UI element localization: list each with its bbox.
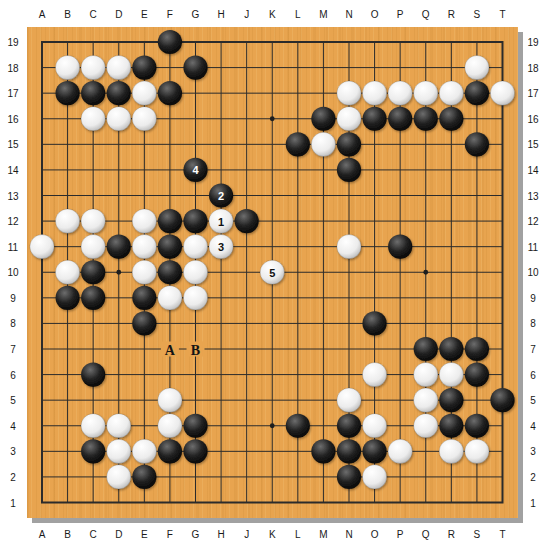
stone-white-N16[interactable] <box>337 107 361 131</box>
coord-right-10: 10 <box>527 267 538 278</box>
stone-black-S6[interactable] <box>465 362 489 386</box>
star-point <box>423 270 428 275</box>
coord-bottom-P: P <box>397 529 404 540</box>
stone-white-C16[interactable] <box>81 107 105 131</box>
stone-white-F9[interactable] <box>158 286 182 310</box>
coord-left-3: 3 <box>10 446 16 457</box>
coord-right-4: 4 <box>530 420 536 431</box>
coord-top-F: F <box>167 9 173 20</box>
coord-top-R: R <box>448 9 455 20</box>
coord-left-4: 4 <box>10 420 16 431</box>
coord-top-T: T <box>499 9 505 20</box>
stone-black-C9[interactable] <box>81 286 105 310</box>
stone-black-B9[interactable] <box>55 286 79 310</box>
coord-bottom-B: B <box>64 529 71 540</box>
coord-left-19: 19 <box>7 37 18 48</box>
stone-white-B10[interactable] <box>55 260 79 284</box>
stone-white-E17[interactable] <box>132 81 156 105</box>
stone-black-Q16[interactable] <box>414 107 438 131</box>
coord-bottom-L: L <box>295 529 301 540</box>
coord-left-12: 12 <box>7 216 18 227</box>
coord-right-17: 17 <box>527 88 538 99</box>
stone-black-G4[interactable] <box>183 414 207 438</box>
stone-black-L4[interactable] <box>286 414 310 438</box>
stone-black-G3[interactable] <box>183 439 207 463</box>
coord-top-N: N <box>345 9 352 20</box>
stone-black-R4[interactable] <box>439 414 463 438</box>
coord-bottom-H: H <box>217 529 224 540</box>
stone-white-C11[interactable] <box>81 235 105 259</box>
stone-black-S17[interactable] <box>465 81 489 105</box>
stone-black-S15[interactable] <box>465 132 489 156</box>
stone-black-P16[interactable] <box>388 107 412 131</box>
stone-black-N4[interactable] <box>337 414 361 438</box>
stone-black-F10[interactable] <box>158 260 182 284</box>
coord-top-D: D <box>115 9 122 20</box>
stone-white-R17[interactable] <box>439 81 463 105</box>
stone-black-F12[interactable] <box>158 209 182 233</box>
stone-black-C17[interactable] <box>81 81 105 105</box>
coord-top-S: S <box>474 9 481 20</box>
stone-white-R6[interactable] <box>439 362 463 386</box>
coord-bottom-T: T <box>499 529 505 540</box>
coord-top-K: K <box>269 9 276 20</box>
stone-black-O8[interactable] <box>362 311 386 335</box>
coord-right-3: 3 <box>530 446 536 457</box>
coord-right-7: 7 <box>530 344 536 355</box>
stone-white-O4[interactable] <box>362 414 386 438</box>
stone-black-F11[interactable] <box>158 235 182 259</box>
coord-top-O: O <box>371 9 379 20</box>
stone-black-J12[interactable] <box>235 209 259 233</box>
stone-white-G9[interactable] <box>183 286 207 310</box>
stone-black-F3[interactable] <box>158 439 182 463</box>
coord-left-6: 6 <box>10 369 16 380</box>
stone-white-C4[interactable] <box>81 414 105 438</box>
coord-right-5: 5 <box>530 395 536 406</box>
stone-white-D2[interactable] <box>107 465 131 489</box>
stone-white-C18[interactable] <box>81 55 105 79</box>
coord-bottom-J: J <box>244 529 249 540</box>
stone-white-Q5[interactable] <box>414 388 438 412</box>
coord-left-13: 13 <box>7 190 18 201</box>
stone-white-D4[interactable] <box>107 414 131 438</box>
coord-bottom-A: A <box>39 529 46 540</box>
coord-top-P: P <box>397 9 404 20</box>
stone-white-O2[interactable] <box>362 465 386 489</box>
coord-left-9: 9 <box>10 292 16 303</box>
stone-black-N15[interactable] <box>337 132 361 156</box>
stone-black-Q7[interactable] <box>414 337 438 361</box>
stone-white-D16[interactable] <box>107 107 131 131</box>
stone-white-S3[interactable] <box>465 439 489 463</box>
coord-left-5: 5 <box>10 395 16 406</box>
coord-top-M: M <box>319 9 327 20</box>
move-number-5: 5 <box>269 267 275 279</box>
stone-white-C12[interactable] <box>81 209 105 233</box>
coord-top-G: G <box>192 9 200 20</box>
stone-black-D17[interactable] <box>107 81 131 105</box>
coord-bottom-N: N <box>345 529 352 540</box>
coord-left-1: 1 <box>10 497 16 508</box>
stone-black-E9[interactable] <box>132 286 156 310</box>
stone-black-S7[interactable] <box>465 337 489 361</box>
stone-black-T5[interactable] <box>490 388 514 412</box>
coord-right-8: 8 <box>530 318 536 329</box>
coord-top-H: H <box>217 9 224 20</box>
coord-right-18: 18 <box>527 62 538 73</box>
move-number-3: 3 <box>218 241 224 253</box>
stone-white-M15[interactable] <box>311 132 335 156</box>
stone-white-B18[interactable] <box>55 55 79 79</box>
stone-white-A11[interactable] <box>30 235 54 259</box>
stone-white-B12[interactable] <box>55 209 79 233</box>
stone-white-E16[interactable] <box>132 107 156 131</box>
stone-black-C3[interactable] <box>81 439 105 463</box>
coord-bottom-M: M <box>319 529 327 540</box>
stone-white-E12[interactable] <box>132 209 156 233</box>
coord-left-15: 15 <box>7 139 18 150</box>
coord-top-E: E <box>141 9 148 20</box>
stone-black-N3[interactable] <box>337 439 361 463</box>
stone-black-B17[interactable] <box>55 81 79 105</box>
coord-left-11: 11 <box>8 241 18 252</box>
stone-black-R5[interactable] <box>439 388 463 412</box>
stone-black-G18[interactable] <box>183 55 207 79</box>
stone-white-N17[interactable] <box>337 81 361 105</box>
coord-top-L: L <box>295 9 301 20</box>
move-number-2: 2 <box>218 190 224 202</box>
coord-top-J: J <box>244 9 249 20</box>
coord-left-10: 10 <box>7 267 18 278</box>
coord-bottom-E: E <box>141 529 148 540</box>
coord-right-15: 15 <box>527 139 538 150</box>
stone-black-D11[interactable] <box>107 235 131 259</box>
point-label-B: B <box>191 343 200 358</box>
stone-white-Q6[interactable] <box>414 362 438 386</box>
move-number-4: 4 <box>192 164 199 176</box>
coord-bottom-D: D <box>115 529 122 540</box>
stone-white-T17[interactable] <box>490 81 514 105</box>
stone-white-F5[interactable] <box>158 388 182 412</box>
coord-left-2: 2 <box>10 471 16 482</box>
stone-black-C6[interactable] <box>81 362 105 386</box>
coord-bottom-R: R <box>448 529 455 540</box>
coord-bottom-G: G <box>192 529 200 540</box>
star-point <box>116 270 121 275</box>
coord-bottom-S: S <box>474 529 481 540</box>
star-point <box>270 423 275 428</box>
coord-left-8: 8 <box>10 318 16 329</box>
coord-right-9: 9 <box>530 292 536 303</box>
coord-right-12: 12 <box>527 216 538 227</box>
coord-bottom-Q: Q <box>422 529 430 540</box>
stone-black-M16[interactable] <box>311 107 335 131</box>
point-label-A: A <box>165 343 176 358</box>
stone-white-S18[interactable] <box>465 55 489 79</box>
stone-black-R16[interactable] <box>439 107 463 131</box>
stone-black-F19[interactable] <box>158 30 182 54</box>
go-board: 42135 AB <box>27 27 518 518</box>
stone-white-N5[interactable] <box>337 388 361 412</box>
stone-white-R3[interactable] <box>439 439 463 463</box>
stone-black-E18[interactable] <box>132 55 156 79</box>
coord-right-6: 6 <box>530 369 536 380</box>
coord-top-C: C <box>90 9 97 20</box>
stone-black-N14[interactable] <box>337 158 361 182</box>
coord-bottom-C: C <box>90 529 97 540</box>
stone-white-P3[interactable] <box>388 439 412 463</box>
stone-black-F17[interactable] <box>158 81 182 105</box>
coord-right-11: 11 <box>528 241 538 252</box>
stone-white-N11[interactable] <box>337 235 361 259</box>
stone-black-O16[interactable] <box>362 107 386 131</box>
coord-right-19: 19 <box>527 37 538 48</box>
stone-black-N2[interactable] <box>337 465 361 489</box>
stone-black-S4[interactable] <box>465 414 489 438</box>
coord-top-B: B <box>64 9 71 20</box>
coord-left-16: 16 <box>7 113 18 124</box>
board-grid: 42135 AB <box>27 27 518 518</box>
coord-left-18: 18 <box>7 62 18 73</box>
coord-left-17: 17 <box>7 88 18 99</box>
move-number-1: 1 <box>218 216 224 228</box>
stone-white-G11[interactable] <box>183 235 207 259</box>
stone-black-E2[interactable] <box>132 465 156 489</box>
stone-black-E8[interactable] <box>132 311 156 335</box>
stone-white-E3[interactable] <box>132 439 156 463</box>
coord-right-16: 16 <box>527 113 538 124</box>
stone-black-M3[interactable] <box>311 439 335 463</box>
stone-black-P11[interactable] <box>388 235 412 259</box>
coord-right-1: 1 <box>530 497 536 508</box>
stone-black-C10[interactable] <box>81 260 105 284</box>
stone-white-E10[interactable] <box>132 260 156 284</box>
coord-bottom-F: F <box>167 529 173 540</box>
coord-left-14: 14 <box>7 164 18 175</box>
stone-black-L15[interactable] <box>286 132 310 156</box>
star-point <box>270 116 275 121</box>
stone-white-G10[interactable] <box>183 260 207 284</box>
stone-black-R7[interactable] <box>439 337 463 361</box>
coord-top-A: A <box>39 9 46 20</box>
stone-white-D18[interactable] <box>107 55 131 79</box>
stone-black-O3[interactable] <box>362 439 386 463</box>
stone-white-O17[interactable] <box>362 81 386 105</box>
stone-white-D3[interactable] <box>107 439 131 463</box>
stone-white-E11[interactable] <box>132 235 156 259</box>
coord-bottom-K: K <box>269 529 276 540</box>
stone-white-F4[interactable] <box>158 414 182 438</box>
coord-top-Q: Q <box>422 9 430 20</box>
stone-white-Q17[interactable] <box>414 81 438 105</box>
go-diagram: 42135 AB AABBCCDDEEFFGGHHJJKKLLMMNNOOPPQ… <box>0 0 550 550</box>
stone-black-G12[interactable] <box>183 209 207 233</box>
coord-right-2: 2 <box>530 471 536 482</box>
coord-right-14: 14 <box>527 164 538 175</box>
stone-white-O6[interactable] <box>362 362 386 386</box>
coord-left-7: 7 <box>10 344 16 355</box>
coord-right-13: 13 <box>527 190 538 201</box>
coord-bottom-O: O <box>371 529 379 540</box>
stone-white-Q4[interactable] <box>414 414 438 438</box>
stone-white-P17[interactable] <box>388 81 412 105</box>
